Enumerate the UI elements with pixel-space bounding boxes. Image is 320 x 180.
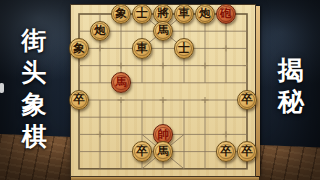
piece-black-象[interactable]: 象 [69,38,90,59]
piece-black-卒[interactable]: 卒 [69,90,90,111]
left-title: 街 头 象 棋 [19,28,49,149]
piece-layer: 象士將車炮砲炮馬象車士馬卒卒帥卒馬卒卒 [69,5,258,177]
piece-black-馬[interactable]: 馬 [153,141,174,162]
right-title-char: 秘 [278,88,304,114]
left-title-char: 棋 [22,124,47,149]
piece-red-砲[interactable]: 砲 [216,4,237,25]
xiangqi-board[interactable]: 象士將車炮砲炮馬象車士馬卒卒帥卒馬卒卒 [70,4,256,177]
piece-black-士[interactable]: 士 [174,38,195,59]
left-title-char: 街 [22,28,47,53]
piece-black-卒[interactable]: 卒 [237,90,258,111]
piece-red-馬[interactable]: 馬 [111,72,132,93]
left-edge-partial-text [0,83,4,93]
piece-black-卒[interactable]: 卒 [237,141,258,162]
piece-black-卒[interactable]: 卒 [216,141,237,162]
piece-black-炮[interactable]: 炮 [90,21,111,42]
piece-black-士[interactable]: 士 [132,4,153,25]
piece-black-象[interactable]: 象 [111,4,132,25]
left-title-char: 头 [22,60,47,85]
right-title: 揭 秘 [276,57,306,114]
board-bottom-edge [71,177,259,180]
piece-black-卒[interactable]: 卒 [132,141,153,162]
piece-black-馬[interactable]: 馬 [153,21,174,42]
piece-black-炮[interactable]: 炮 [195,4,216,25]
left-title-char: 象 [22,92,47,117]
piece-black-車[interactable]: 車 [174,4,195,25]
piece-black-車[interactable]: 車 [132,38,153,59]
right-title-char: 揭 [278,57,304,83]
video-thumbnail: 街 头 象 棋 揭 秘 象士將車炮砲炮馬象車士馬卒卒帥卒馬卒卒 [0,0,320,180]
